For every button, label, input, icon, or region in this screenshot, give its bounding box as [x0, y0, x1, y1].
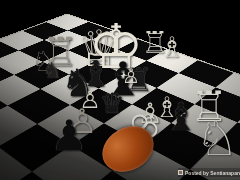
watermark: Posted by Sentianapanas.co	[178, 168, 240, 177]
white-knight-right: ♘	[195, 114, 238, 162]
chess-scene: ♖♘♞♕♔♖♗♞♝♝♜♙♛♙♙♟♙♗♝♖♘♔ Posted by Sentian…	[0, 0, 240, 180]
watermark-logo-icon	[178, 170, 183, 175]
black-pawn-left: ♟	[50, 115, 88, 157]
black-knight-left: ♞	[42, 60, 62, 82]
white-pawn-center: ♙	[122, 66, 140, 86]
watermark-text: Posted by Sentianapanas.co	[185, 170, 240, 176]
black-queen-center: ♛	[99, 90, 124, 118]
white-bishop-back: ♗	[159, 34, 184, 62]
